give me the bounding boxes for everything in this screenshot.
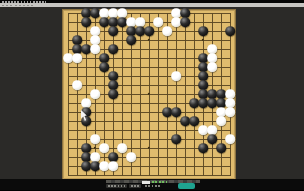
white-stone [216, 116, 226, 126]
board-grid[interactable] [68, 13, 231, 176]
toolbar-status-text [145, 185, 162, 187]
star-point [148, 93, 150, 95]
star-point [94, 147, 96, 149]
seek-position-marker[interactable] [142, 181, 150, 184]
white-stone [90, 134, 100, 144]
white-stone [126, 152, 136, 162]
black-stone [189, 116, 199, 126]
window-title-text [2, 1, 46, 3]
black-stone [198, 26, 208, 36]
white-stone [225, 134, 235, 144]
black-stone [207, 134, 217, 144]
black-stone [216, 143, 226, 153]
seek-bar[interactable] [106, 180, 200, 183]
black-stone [81, 17, 91, 27]
white-stone [207, 62, 217, 72]
toolbar-button-mid[interactable] [129, 184, 141, 189]
white-stone [99, 143, 109, 153]
black-stone [171, 107, 181, 117]
video-frame [0, 0, 304, 190]
white-stone [72, 80, 82, 90]
black-stone [108, 44, 118, 54]
white-stone [90, 89, 100, 99]
black-stone [81, 116, 91, 126]
bottom-strip [0, 179, 304, 191]
white-stone [72, 53, 82, 63]
white-stone [162, 26, 172, 36]
player-toolbar[interactable] [104, 179, 204, 191]
black-stone [144, 26, 154, 36]
black-stone [126, 35, 136, 45]
white-stone [108, 161, 118, 171]
teal-action-button[interactable] [178, 183, 195, 188]
star-point [202, 39, 204, 41]
black-stone [108, 26, 118, 36]
go-board[interactable] [62, 9, 236, 180]
black-stone [180, 17, 190, 27]
toolbar-button-mid-text [131, 185, 139, 187]
white-stone [225, 107, 235, 117]
black-stone [171, 134, 181, 144]
toolbar-button-left-text [108, 185, 125, 187]
black-stone [99, 62, 109, 72]
white-stone [90, 44, 100, 54]
menu-bar[interactable] [0, 3, 304, 7]
star-point [148, 147, 150, 149]
seek-time-text [152, 181, 167, 184]
black-stone [225, 26, 235, 36]
white-stone [153, 17, 163, 27]
black-stone [108, 89, 118, 99]
toolbar-button-left[interactable] [106, 184, 127, 189]
menu-items-text [2, 5, 36, 7]
black-stone [198, 143, 208, 153]
white-stone [171, 71, 181, 81]
white-stone [117, 143, 127, 153]
star-point [148, 39, 150, 41]
